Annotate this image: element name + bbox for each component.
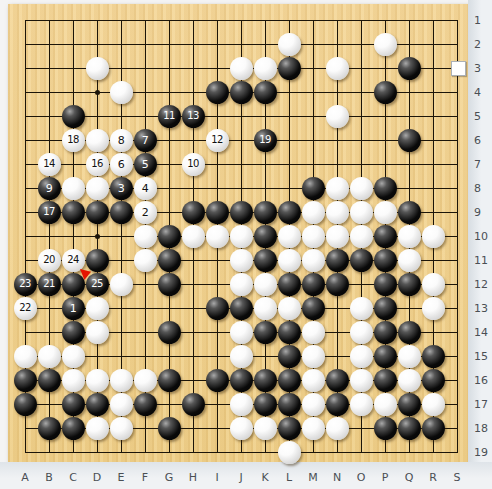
stone-black: 21: [38, 273, 61, 296]
stone-black: [230, 81, 253, 104]
stone-white: [230, 345, 253, 368]
stone-white: [278, 249, 301, 272]
stone-black: [278, 345, 301, 368]
stone-white: [326, 225, 349, 248]
stone-black: [278, 417, 301, 440]
move-number: 11: [163, 111, 175, 121]
stone-white: [350, 201, 373, 224]
stone-black: [86, 393, 109, 416]
stone-white: [302, 393, 325, 416]
go-game-screenshot: ABCDEFGHIJKLMNOPQRS123456789101112131415…: [0, 0, 492, 489]
stone-black: [326, 393, 349, 416]
stone-black: [254, 393, 277, 416]
stone-black: [158, 321, 181, 344]
row-label: 2: [474, 38, 481, 51]
move-number: 8: [118, 135, 125, 146]
stone-white: [230, 321, 253, 344]
column-label: P: [382, 471, 389, 484]
stone-white: [350, 345, 373, 368]
stone-white: [182, 225, 205, 248]
column-label: E: [118, 471, 125, 484]
stone-white: [62, 177, 85, 200]
stone-white: [398, 249, 421, 272]
stone-white: [350, 393, 373, 416]
stone-black: [254, 225, 277, 248]
move-number: 24: [67, 255, 79, 265]
stone-black: [422, 417, 445, 440]
move-number: 1: [70, 303, 77, 314]
column-label: L: [286, 471, 292, 484]
stone-white: [86, 129, 109, 152]
stone-black: [398, 321, 421, 344]
stone-black: [206, 297, 229, 320]
stone-black: [398, 201, 421, 224]
column-label: C: [69, 471, 77, 484]
stone-black: 13: [182, 105, 205, 128]
row-label: 1: [474, 14, 481, 27]
stone-black: [230, 369, 253, 392]
stone-white: [302, 321, 325, 344]
stone-black: [182, 201, 205, 224]
stone-white: [86, 177, 109, 200]
move-number: 17: [43, 207, 55, 217]
stone-black: [86, 249, 109, 272]
column-label: Q: [405, 471, 414, 484]
move-number: 23: [19, 279, 31, 289]
stone-black: [206, 201, 229, 224]
stone-white: [230, 249, 253, 272]
stone-white: 16: [86, 153, 109, 176]
stone-black: 11: [158, 105, 181, 128]
stone-black: [374, 225, 397, 248]
stone-black: 23: [14, 273, 37, 296]
move-number: 3: [118, 183, 125, 194]
stone-black: [134, 393, 157, 416]
stone-white: [134, 369, 157, 392]
column-label: K: [261, 471, 268, 484]
stone-black: [254, 369, 277, 392]
stone-black: [230, 297, 253, 320]
stone-white: [86, 321, 109, 344]
stone-black: [398, 57, 421, 80]
column-label: I: [215, 471, 218, 484]
stone-white: [62, 345, 85, 368]
stone-black: [158, 417, 181, 440]
stone-white: [110, 393, 133, 416]
move-number: 12: [211, 135, 223, 145]
row-label: 7: [474, 158, 481, 171]
stone-white: 4: [134, 177, 157, 200]
move-number: 25: [91, 279, 103, 289]
stone-black: [158, 273, 181, 296]
stone-white: [326, 57, 349, 80]
stone-white: [230, 417, 253, 440]
row-label: 3: [474, 62, 481, 75]
stone-white: 12: [206, 129, 229, 152]
move-number: 5: [142, 159, 149, 170]
stone-black: [278, 273, 301, 296]
stone-white: [86, 297, 109, 320]
stone-white: [230, 273, 253, 296]
stone-white: 14: [38, 153, 61, 176]
move-number: 2: [142, 207, 149, 218]
column-label: M: [308, 471, 318, 484]
stone-black: [254, 201, 277, 224]
stone-white: [350, 369, 373, 392]
move-number: 20: [43, 255, 55, 265]
move-number: 4: [142, 183, 149, 194]
stone-black: [62, 201, 85, 224]
stone-black: [62, 105, 85, 128]
column-label: O: [357, 471, 366, 484]
stone-black: [398, 273, 421, 296]
stone-white: [374, 393, 397, 416]
row-label: 13: [474, 302, 488, 315]
column-label: J: [239, 471, 242, 484]
stone-black: [302, 273, 325, 296]
stone-white: [230, 393, 253, 416]
stone-black: [254, 81, 277, 104]
stone-white: [86, 57, 109, 80]
stone-black: [422, 345, 445, 368]
stone-white: [326, 201, 349, 224]
stone-white: [278, 225, 301, 248]
stone-black: [62, 417, 85, 440]
stone-white: [278, 297, 301, 320]
move-number: 21: [43, 279, 55, 289]
stone-black: 7: [134, 129, 157, 152]
stone-white: [86, 417, 109, 440]
stone-black: [158, 225, 181, 248]
row-label: 18: [474, 422, 488, 435]
column-label: S: [454, 471, 461, 484]
stone-black: [38, 417, 61, 440]
row-label: 14: [474, 326, 488, 339]
stone-black: [374, 177, 397, 200]
row-label: 17: [474, 398, 488, 411]
stone-white: [62, 369, 85, 392]
stone-black: [374, 81, 397, 104]
star-point: [95, 90, 100, 95]
stone-white: [302, 417, 325, 440]
stone-black: [230, 201, 253, 224]
stone-white: [422, 393, 445, 416]
move-number: 9: [46, 183, 53, 194]
move-number: 6: [118, 159, 125, 170]
row-label: 19: [474, 446, 488, 459]
row-label: 15: [474, 350, 488, 363]
column-label: G: [165, 471, 174, 484]
stone-black: [350, 249, 373, 272]
stone-white: [302, 369, 325, 392]
stone-white: [374, 33, 397, 56]
stone-black: [86, 201, 109, 224]
stone-black: [374, 321, 397, 344]
grid-horizontal-line: [25, 452, 458, 453]
stone-black: [278, 321, 301, 344]
row-label: 5: [474, 110, 481, 123]
row-label: 6: [474, 134, 481, 147]
stone-white: [302, 201, 325, 224]
stone-white: [398, 345, 421, 368]
stone-white: [302, 345, 325, 368]
stone-white: [230, 225, 253, 248]
stone-black: [374, 273, 397, 296]
stone-black: [326, 249, 349, 272]
stone-white: [278, 441, 301, 464]
stone-white: [422, 297, 445, 320]
stone-black: [14, 393, 37, 416]
stone-white: 10: [182, 153, 205, 176]
column-label: N: [333, 471, 341, 484]
stone-black: [374, 249, 397, 272]
stone-black: [158, 249, 181, 272]
row-label: 16: [474, 374, 488, 387]
stone-white: [398, 225, 421, 248]
stone-white: 20: [38, 249, 61, 272]
row-label: 4: [474, 86, 481, 99]
stone-black: [62, 321, 85, 344]
column-label: R: [429, 471, 437, 484]
stone-black: 9: [38, 177, 61, 200]
stone-white: 6: [110, 153, 133, 176]
stone-white: [110, 273, 133, 296]
stone-white: 2: [134, 201, 157, 224]
stone-white: [134, 225, 157, 248]
white-square-marker: [451, 61, 466, 76]
stone-white: [302, 249, 325, 272]
stone-white: [326, 177, 349, 200]
column-label: F: [142, 471, 148, 484]
stone-white: [278, 33, 301, 56]
stone-white: [350, 297, 373, 320]
stone-white: [230, 57, 253, 80]
stone-white: [326, 417, 349, 440]
stone-black: [278, 201, 301, 224]
stone-black: [326, 273, 349, 296]
move-number: 16: [91, 159, 103, 169]
stone-white: [110, 81, 133, 104]
row-label: 11: [474, 254, 488, 267]
stone-white: 18: [62, 129, 85, 152]
move-number: 18: [67, 135, 79, 145]
stone-black: [206, 369, 229, 392]
column-label: A: [21, 471, 29, 484]
stone-black: 25: [86, 273, 109, 296]
stone-white: [134, 249, 157, 272]
stone-white: [110, 369, 133, 392]
row-label: 8: [474, 182, 481, 195]
stone-black: [254, 249, 277, 272]
stone-white: [350, 321, 373, 344]
stone-black: [302, 297, 325, 320]
stone-black: [302, 177, 325, 200]
grid-vertical-line: [457, 20, 458, 453]
stone-white: [14, 345, 37, 368]
stone-black: [62, 393, 85, 416]
stone-black: [326, 369, 349, 392]
stone-black: [38, 369, 61, 392]
stone-white: [350, 225, 373, 248]
stone-black: [278, 369, 301, 392]
stone-white: [38, 345, 61, 368]
stone-black: [62, 273, 85, 296]
move-number: 14: [43, 159, 55, 169]
stone-white: 22: [14, 297, 37, 320]
stone-black: [14, 369, 37, 392]
move-number: 13: [187, 111, 199, 121]
stone-white: [422, 273, 445, 296]
stone-white: [254, 417, 277, 440]
stone-white: [86, 369, 109, 392]
stone-white: [350, 177, 373, 200]
stone-black: [374, 345, 397, 368]
stone-black: [398, 393, 421, 416]
stone-black: 5: [134, 153, 157, 176]
stone-white: [254, 57, 277, 80]
stone-black: 17: [38, 201, 61, 224]
stone-black: [158, 369, 181, 392]
stone-white: [374, 201, 397, 224]
stone-white: [422, 225, 445, 248]
row-label: 10: [474, 230, 488, 243]
stone-black: [422, 369, 445, 392]
stone-black: 19: [254, 129, 277, 152]
move-number: 7: [142, 135, 149, 146]
move-number: 19: [259, 135, 271, 145]
stone-black: [398, 129, 421, 152]
stone-black: [206, 81, 229, 104]
stone-white: 8: [110, 129, 133, 152]
star-point: [95, 234, 100, 239]
stone-black: [374, 297, 397, 320]
stone-black: 3: [110, 177, 133, 200]
stone-white: [254, 273, 277, 296]
stone-black: [278, 393, 301, 416]
stone-white: 24: [62, 249, 85, 272]
column-label: D: [93, 471, 101, 484]
stone-black: [182, 393, 205, 416]
stone-white: [254, 297, 277, 320]
stone-white: [110, 417, 133, 440]
row-label: 12: [474, 278, 488, 291]
stone-white: [398, 369, 421, 392]
stone-black: [278, 57, 301, 80]
row-label: 9: [474, 206, 481, 219]
stone-black: [374, 369, 397, 392]
stone-black: [110, 201, 133, 224]
stone-white: [326, 105, 349, 128]
stone-white: [302, 225, 325, 248]
stone-black: [398, 417, 421, 440]
column-label: H: [189, 471, 197, 484]
stone-black: [254, 321, 277, 344]
move-number: 10: [187, 159, 199, 169]
stone-white: [206, 225, 229, 248]
move-number: 22: [19, 303, 31, 313]
stone-black: [374, 417, 397, 440]
stone-black: 1: [62, 297, 85, 320]
column-label: B: [45, 471, 53, 484]
